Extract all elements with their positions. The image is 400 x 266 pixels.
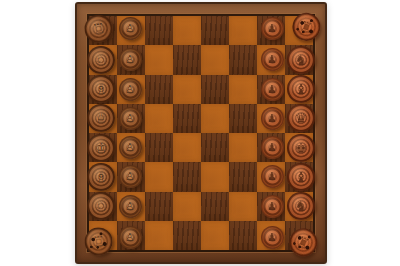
piece-bB[interactable]: ♝ — [287, 75, 315, 103]
board-square[interactable] — [229, 75, 257, 104]
board-square[interactable] — [145, 45, 173, 74]
board-square[interactable]: ♟ — [257, 133, 285, 162]
board-square[interactable]: ♜ — [285, 16, 313, 45]
board-square[interactable]: ♖ — [89, 221, 117, 250]
board-square[interactable]: ♜ — [285, 221, 313, 250]
board-square[interactable]: ♖ — [89, 16, 117, 45]
piece-wP[interactable]: ♙ — [119, 165, 142, 188]
piece-wB[interactable]: ♗ — [87, 163, 115, 191]
board-square[interactable]: ♙ — [117, 162, 145, 191]
piece-wN[interactable]: ♘ — [87, 192, 115, 220]
piece-bP[interactable]: ♟ — [261, 17, 284, 40]
white-piece-glyph: ♖ — [92, 234, 106, 249]
piece-bP[interactable]: ♟ — [261, 136, 284, 159]
board-square[interactable] — [229, 16, 257, 45]
black-piece-glyph: ♟ — [267, 84, 277, 95]
board-square[interactable]: ♔ — [89, 133, 117, 162]
black-piece-glyph: ♟ — [267, 113, 277, 124]
black-piece-glyph: ♟ — [267, 171, 277, 182]
board-square[interactable] — [201, 16, 229, 45]
piece-bB[interactable]: ♝ — [287, 163, 315, 191]
black-piece-glyph: ♜ — [298, 18, 314, 35]
board-square[interactable] — [173, 75, 201, 104]
white-piece-glyph: ♙ — [125, 171, 135, 182]
board-square[interactable]: ♘ — [89, 45, 117, 74]
photo-background: ♖♙♟♜♘♙♟♞♗♙♟♝♕♙♟♛♔♙♟♚♗♙♟♝♘♙♟♞♖♙♟♜ — [0, 0, 400, 266]
black-piece-glyph: ♜ — [295, 234, 312, 252]
piece-bQ[interactable]: ♛ — [287, 104, 315, 132]
board-square[interactable]: ♟ — [257, 104, 285, 133]
black-piece-glyph: ♝ — [295, 170, 308, 184]
board-square[interactable] — [229, 192, 257, 221]
board-square[interactable] — [173, 221, 201, 250]
board-square[interactable]: ♟ — [257, 221, 285, 250]
piece-wP[interactable]: ♙ — [119, 17, 142, 40]
piece-wN[interactable]: ♘ — [87, 46, 115, 74]
board-square[interactable] — [201, 162, 229, 191]
board-square[interactable] — [229, 45, 257, 74]
piece-bP[interactable]: ♟ — [261, 78, 284, 101]
black-piece-glyph: ♟ — [267, 23, 277, 34]
piece-bP[interactable]: ♟ — [261, 107, 284, 130]
board-square[interactable]: ♟ — [257, 192, 285, 221]
board-square[interactable] — [173, 104, 201, 133]
board-square[interactable]: ♘ — [89, 192, 117, 221]
board-grid: ♖♙♟♜♘♙♟♞♗♙♟♝♕♙♟♛♔♙♟♚♗♙♟♝♘♙♟♞♖♙♟♜ — [89, 16, 313, 250]
board-square[interactable]: ♗ — [89, 162, 117, 191]
black-piece-glyph: ♟ — [267, 232, 277, 243]
board-square[interactable] — [229, 162, 257, 191]
piece-wP[interactable]: ♙ — [119, 136, 142, 159]
piece-bN[interactable]: ♞ — [287, 192, 315, 220]
board-square[interactable] — [145, 162, 173, 191]
board-square[interactable]: ♝ — [285, 75, 313, 104]
white-piece-glyph: ♙ — [125, 84, 135, 95]
piece-wK[interactable]: ♔ — [87, 134, 115, 162]
board-square[interactable] — [145, 192, 173, 221]
white-piece-glyph: ♙ — [125, 232, 135, 243]
board-square[interactable]: ♟ — [257, 45, 285, 74]
piece-wP[interactable]: ♙ — [119, 48, 142, 71]
board-square[interactable]: ♙ — [117, 192, 145, 221]
black-piece-glyph: ♟ — [267, 201, 277, 212]
white-piece-glyph: ♙ — [125, 54, 135, 65]
white-piece-glyph: ♘ — [95, 53, 108, 67]
piece-wP[interactable]: ♙ — [119, 226, 142, 249]
piece-wR[interactable]: ♖ — [83, 226, 114, 257]
piece-wR[interactable]: ♖ — [82, 12, 114, 44]
white-piece-glyph: ♗ — [95, 170, 108, 184]
board-square[interactable]: ♙ — [117, 104, 145, 133]
board-square[interactable] — [145, 16, 173, 45]
piece-wP[interactable]: ♙ — [119, 107, 142, 130]
white-piece-glyph: ♙ — [125, 142, 135, 153]
board-square[interactable]: ♞ — [285, 192, 313, 221]
board-square[interactable]: ♟ — [257, 162, 285, 191]
board-square[interactable]: ♙ — [117, 221, 145, 250]
white-piece-glyph: ♙ — [125, 23, 135, 34]
board-square[interactable] — [173, 45, 201, 74]
white-piece-glyph: ♔ — [95, 141, 108, 155]
board-square[interactable]: ♟ — [257, 75, 285, 104]
board-square[interactable] — [173, 192, 201, 221]
black-piece-glyph: ♟ — [267, 54, 277, 65]
piece-wB[interactable]: ♗ — [87, 75, 115, 103]
piece-bR[interactable]: ♜ — [285, 224, 322, 261]
board-square[interactable] — [145, 75, 173, 104]
white-piece-glyph: ♙ — [125, 113, 135, 124]
black-piece-glyph: ♞ — [295, 53, 308, 67]
board-square[interactable] — [145, 133, 173, 162]
piece-bP[interactable]: ♟ — [261, 165, 284, 188]
chess-board: ♖♙♟♜♘♙♟♞♗♙♟♝♕♙♟♛♔♙♟♚♗♙♟♝♘♙♟♞♖♙♟♜ — [75, 2, 327, 264]
board-square[interactable] — [201, 192, 229, 221]
board-square[interactable]: ♙ — [117, 75, 145, 104]
board-square[interactable]: ♝ — [285, 162, 313, 191]
board-square[interactable] — [201, 75, 229, 104]
board-square[interactable]: ♙ — [117, 133, 145, 162]
board-square[interactable]: ♙ — [117, 16, 145, 45]
white-piece-glyph: ♖ — [91, 20, 106, 36]
piece-bR[interactable]: ♜ — [289, 9, 324, 44]
board-square[interactable]: ♙ — [117, 45, 145, 74]
board-square[interactable] — [201, 45, 229, 74]
black-piece-glyph: ♟ — [267, 142, 277, 153]
board-square[interactable] — [201, 133, 229, 162]
board-frame-inner-line: ♖♙♟♜♘♙♟♞♗♙♟♝♕♙♟♛♔♙♟♚♗♙♟♝♘♙♟♞♖♙♟♜ — [87, 14, 315, 252]
black-piece-glyph: ♞ — [295, 199, 308, 213]
board-square[interactable]: ♗ — [89, 75, 117, 104]
board-square[interactable] — [173, 162, 201, 191]
board-square[interactable] — [145, 221, 173, 250]
black-piece-glyph: ♛ — [295, 111, 308, 125]
white-piece-glyph: ♙ — [125, 201, 135, 212]
piece-bP[interactable]: ♟ — [261, 226, 284, 249]
board-square[interactable] — [173, 133, 201, 162]
piece-bP[interactable]: ♟ — [261, 48, 284, 71]
piece-wP[interactable]: ♙ — [119, 78, 142, 101]
piece-bN[interactable]: ♞ — [287, 46, 315, 74]
board-square[interactable]: ♟ — [257, 16, 285, 45]
board-square[interactable]: ♕ — [89, 104, 117, 133]
board-square[interactable]: ♚ — [285, 133, 313, 162]
board-square[interactable] — [229, 221, 257, 250]
board-square[interactable]: ♞ — [285, 45, 313, 74]
piece-bP[interactable]: ♟ — [261, 195, 284, 218]
board-square[interactable] — [145, 104, 173, 133]
black-piece-glyph: ♝ — [295, 82, 308, 96]
board-square[interactable] — [201, 221, 229, 250]
board-square[interactable] — [201, 104, 229, 133]
board-square[interactable]: ♛ — [285, 104, 313, 133]
piece-bK[interactable]: ♚ — [287, 134, 315, 162]
white-piece-glyph: ♘ — [95, 199, 108, 213]
board-square[interactable] — [229, 133, 257, 162]
white-piece-glyph: ♕ — [95, 111, 108, 125]
piece-wP[interactable]: ♙ — [119, 195, 142, 218]
piece-wQ[interactable]: ♕ — [87, 104, 115, 132]
white-piece-glyph: ♗ — [95, 82, 108, 96]
board-square[interactable] — [229, 104, 257, 133]
board-square[interactable] — [173, 16, 201, 45]
black-piece-glyph: ♚ — [295, 141, 308, 155]
